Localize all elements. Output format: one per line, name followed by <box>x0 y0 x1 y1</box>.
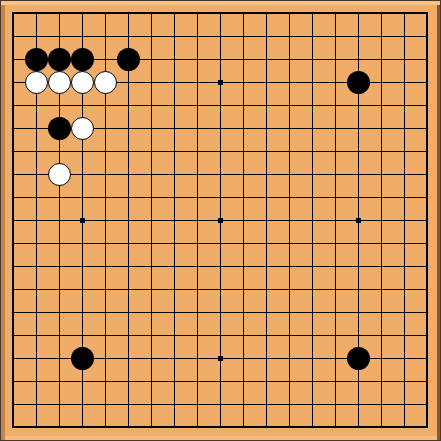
black-stone <box>25 48 48 71</box>
board-intersections-grid[interactable] <box>2 2 439 439</box>
go-board <box>0 0 441 441</box>
black-stone <box>347 347 370 370</box>
black-stone <box>71 48 94 71</box>
black-stone <box>347 71 370 94</box>
black-stone <box>48 117 71 140</box>
star-point <box>80 218 85 223</box>
star-point <box>218 80 223 85</box>
white-stone <box>25 71 48 94</box>
star-point <box>356 218 361 223</box>
star-point <box>218 218 223 223</box>
white-stone <box>71 71 94 94</box>
white-stone <box>94 71 117 94</box>
white-stone <box>71 117 94 140</box>
white-stone <box>48 71 71 94</box>
black-stone <box>48 48 71 71</box>
star-point <box>218 356 223 361</box>
white-stone <box>48 163 71 186</box>
black-stone <box>117 48 140 71</box>
black-stone <box>71 347 94 370</box>
